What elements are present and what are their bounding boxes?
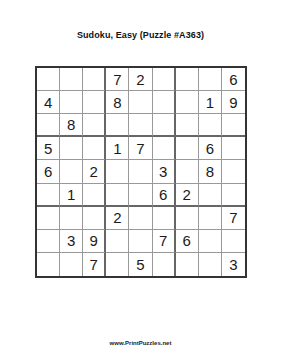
sudoku-cell-empty[interactable] (222, 114, 245, 137)
sudoku-cell-given: 9 (222, 91, 245, 114)
sudoku-cell-given: 8 (106, 91, 129, 114)
sudoku-cell-empty[interactable] (106, 184, 129, 207)
sudoku-cell-empty[interactable] (37, 68, 60, 91)
sudoku-cell-empty[interactable] (129, 114, 152, 137)
sudoku-cell-empty[interactable] (176, 160, 199, 183)
sudoku-cell-given: 2 (176, 184, 199, 207)
sudoku-cell-given: 2 (129, 68, 152, 91)
sudoku-cell-empty[interactable] (176, 68, 199, 91)
sudoku-cell-empty[interactable] (83, 184, 106, 207)
sudoku-cell-empty[interactable] (37, 230, 60, 253)
sudoku-cell-empty[interactable] (153, 137, 176, 160)
sudoku-cell-empty[interactable] (106, 160, 129, 183)
sudoku-cell-empty[interactable] (222, 160, 245, 183)
sudoku-cell-empty[interactable] (37, 207, 60, 230)
sudoku-cell-empty[interactable] (60, 91, 83, 114)
sudoku-cell-empty[interactable] (153, 207, 176, 230)
sudoku-cell-empty[interactable] (176, 137, 199, 160)
sudoku-cell-given: 7 (222, 207, 245, 230)
sudoku-cell-given: 6 (153, 184, 176, 207)
sudoku-cell-empty[interactable] (199, 114, 222, 137)
sudoku-cell-empty[interactable] (37, 114, 60, 137)
sudoku-cell-empty[interactable] (222, 137, 245, 160)
sudoku-cell-empty[interactable] (199, 68, 222, 91)
sudoku-cell-empty[interactable] (60, 137, 83, 160)
sudoku-cell-given: 7 (129, 137, 152, 160)
sudoku-cell-given: 6 (176, 230, 199, 253)
sudoku-cell-given: 3 (222, 253, 245, 276)
sudoku-cell-given: 7 (153, 230, 176, 253)
sudoku-page: Sudoku, Easy (Puzzle #A363) 726481985176… (0, 0, 281, 363)
sudoku-cell-empty[interactable] (83, 68, 106, 91)
sudoku-cell-empty[interactable] (176, 91, 199, 114)
sudoku-cell-given: 8 (60, 114, 83, 137)
sudoku-cell-empty[interactable] (199, 184, 222, 207)
sudoku-cell-empty[interactable] (106, 114, 129, 137)
sudoku-cell-empty[interactable] (153, 114, 176, 137)
sudoku-cell-empty[interactable] (199, 253, 222, 276)
sudoku-cell-empty[interactable] (222, 184, 245, 207)
sudoku-cell-empty[interactable] (153, 91, 176, 114)
sudoku-cell-empty[interactable] (199, 207, 222, 230)
sudoku-cell-given: 4 (37, 91, 60, 114)
sudoku-cell-empty[interactable] (129, 184, 152, 207)
sudoku-cell-given: 1 (60, 184, 83, 207)
sudoku-cell-empty[interactable] (60, 160, 83, 183)
sudoku-cell-empty[interactable] (129, 207, 152, 230)
sudoku-cell-empty[interactable] (176, 253, 199, 276)
sudoku-cell-given: 7 (106, 68, 129, 91)
sudoku-cell-given: 9 (83, 230, 106, 253)
sudoku-cell-given: 5 (129, 253, 152, 276)
sudoku-cell-empty[interactable] (176, 207, 199, 230)
sudoku-cell-empty[interactable] (176, 114, 199, 137)
sudoku-cell-given: 6 (222, 68, 245, 91)
sudoku-cell-given: 2 (106, 207, 129, 230)
sudoku-cell-given: 1 (106, 137, 129, 160)
sudoku-cell-empty[interactable] (106, 253, 129, 276)
sudoku-cell-empty[interactable] (106, 230, 129, 253)
footer-url: www.PrintPuzzles.net (0, 340, 281, 346)
sudoku-cell-given: 2 (83, 160, 106, 183)
sudoku-cell-given: 3 (153, 160, 176, 183)
sudoku-cell-given: 8 (199, 160, 222, 183)
page-title: Sudoku, Easy (Puzzle #A363) (0, 30, 281, 40)
sudoku-grid: 7264819851766238162273976753 (35, 66, 247, 278)
sudoku-cell-empty[interactable] (199, 230, 222, 253)
sudoku-cell-empty[interactable] (83, 137, 106, 160)
sudoku-cell-empty[interactable] (129, 91, 152, 114)
sudoku-cell-given: 1 (199, 91, 222, 114)
sudoku-cell-given: 6 (37, 160, 60, 183)
sudoku-cell-given: 3 (60, 230, 83, 253)
sudoku-cell-empty[interactable] (222, 230, 245, 253)
sudoku-cell-empty[interactable] (60, 253, 83, 276)
sudoku-cell-empty[interactable] (83, 91, 106, 114)
sudoku-cell-empty[interactable] (60, 68, 83, 91)
sudoku-cell-given: 5 (37, 137, 60, 160)
sudoku-cell-empty[interactable] (153, 253, 176, 276)
sudoku-cell-empty[interactable] (129, 230, 152, 253)
sudoku-cell-empty[interactable] (153, 68, 176, 91)
sudoku-cell-empty[interactable] (129, 160, 152, 183)
sudoku-cell-empty[interactable] (83, 114, 106, 137)
sudoku-cell-empty[interactable] (37, 253, 60, 276)
sudoku-cell-empty[interactable] (83, 207, 106, 230)
sudoku-cell-given: 7 (83, 253, 106, 276)
sudoku-cell-empty[interactable] (60, 207, 83, 230)
sudoku-cell-given: 6 (199, 137, 222, 160)
sudoku-cell-empty[interactable] (37, 184, 60, 207)
